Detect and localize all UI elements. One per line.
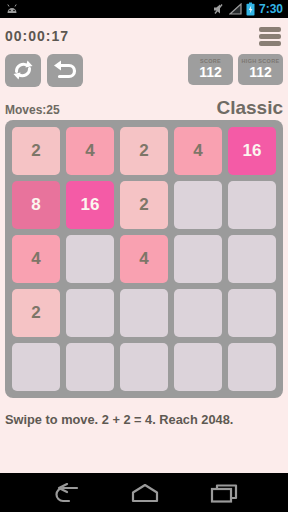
- empty-cell-r5c5: [228, 343, 276, 391]
- tile-4-r3c3: 4: [120, 235, 168, 283]
- undo-icon: [52, 59, 78, 81]
- game-screen: 00:00:17: [0, 18, 288, 473]
- home-button[interactable]: [130, 483, 160, 503]
- empty-cell-r5c3: [120, 343, 168, 391]
- recents-icon: [210, 483, 238, 503]
- board-grid: 2424168162442: [12, 127, 276, 391]
- home-icon: [130, 483, 160, 503]
- board[interactable]: 2424168162442: [5, 120, 283, 398]
- empty-cell-r4c2: [66, 289, 114, 337]
- tile-2-r4c1: 2: [12, 289, 60, 337]
- tile-2-r1c3: 2: [120, 127, 168, 175]
- high-score-value: 112: [249, 65, 272, 80]
- mute-icon: [213, 3, 225, 15]
- empty-cell-r5c4: [174, 343, 222, 391]
- back-button[interactable]: [50, 483, 80, 503]
- tile-4-r1c2: 4: [66, 127, 114, 175]
- mode-title: Classic: [216, 98, 283, 117]
- clock: 7:30: [259, 0, 283, 18]
- battery-charging-icon: [246, 2, 255, 16]
- game-timer: 00:00:17: [5, 28, 69, 44]
- tile-8-r2c1: 8: [12, 181, 60, 229]
- back-icon: [50, 483, 80, 503]
- hamburger-menu-icon[interactable]: [259, 27, 281, 46]
- score-box: SCORE 112: [188, 54, 233, 85]
- empty-cell-r4c5: [228, 289, 276, 337]
- android-nav-bar: [0, 473, 288, 512]
- hint-text: Swipe to move. 2 + 2 = 4. Reach 2048.: [5, 412, 283, 427]
- empty-cell-r2c5: [228, 181, 276, 229]
- signal-icon: [229, 3, 242, 15]
- moves-counter: Moves:25: [5, 103, 60, 117]
- restart-button[interactable]: [5, 54, 41, 87]
- empty-cell-r5c1: [12, 343, 60, 391]
- undo-button[interactable]: [47, 54, 83, 87]
- score-value: 112: [199, 65, 222, 80]
- tile-4-r1c4: 4: [174, 127, 222, 175]
- empty-cell-r3c4: [174, 235, 222, 283]
- status-bar: 7:30: [0, 0, 288, 18]
- empty-cell-r4c4: [174, 289, 222, 337]
- empty-cell-r3c2: [66, 235, 114, 283]
- empty-cell-r5c2: [66, 343, 114, 391]
- empty-cell-r4c3: [120, 289, 168, 337]
- tile-16-r1c5: 16: [228, 127, 276, 175]
- android-debug-icon: [5, 3, 19, 15]
- recents-button[interactable]: [210, 483, 238, 503]
- restart-icon: [11, 58, 35, 82]
- tile-16-r2c2: 16: [66, 181, 114, 229]
- empty-cell-r2c4: [174, 181, 222, 229]
- high-score-box: HIGH SCORE 112: [238, 54, 283, 85]
- tile-2-r2c3: 2: [120, 181, 168, 229]
- tile-4-r3c1: 4: [12, 235, 60, 283]
- empty-cell-r3c5: [228, 235, 276, 283]
- tile-2-r1c1: 2: [12, 127, 60, 175]
